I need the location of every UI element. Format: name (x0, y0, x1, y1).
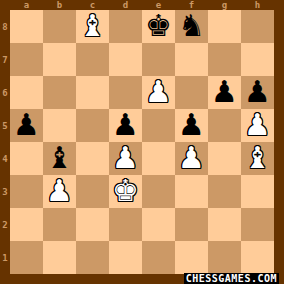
square-a1[interactable] (10, 241, 43, 274)
square-e4[interactable] (142, 142, 175, 175)
square-b6[interactable] (43, 76, 76, 109)
square-d6[interactable] (109, 76, 142, 109)
square-e2[interactable] (142, 208, 175, 241)
square-a5[interactable]: ♟ (10, 109, 43, 142)
square-b5[interactable] (43, 109, 76, 142)
square-e7[interactable] (142, 43, 175, 76)
square-g3[interactable] (208, 175, 241, 208)
file-label-h: h (241, 0, 274, 10)
chess-board: ♝♚♞♟♟♟♟♟♟♟♝♟♟♝♟♚ (10, 10, 274, 274)
square-c8[interactable]: ♝ (76, 10, 109, 43)
black-pawn-icon: ♟ (112, 110, 139, 140)
square-h5[interactable]: ♟ (241, 109, 274, 142)
square-c7[interactable] (76, 43, 109, 76)
rank-label-3: 3 (0, 175, 10, 208)
square-f8[interactable]: ♞ (175, 10, 208, 43)
square-f2[interactable] (175, 208, 208, 241)
square-a6[interactable] (10, 76, 43, 109)
black-knight-icon: ♞ (178, 11, 205, 41)
square-c2[interactable] (76, 208, 109, 241)
square-c3[interactable] (76, 175, 109, 208)
square-g5[interactable] (208, 109, 241, 142)
square-h7[interactable] (241, 43, 274, 76)
black-pawn-icon: ♟ (211, 77, 238, 107)
square-a3[interactable] (10, 175, 43, 208)
square-g6[interactable]: ♟ (208, 76, 241, 109)
file-label-b: b (43, 0, 76, 10)
square-d5[interactable]: ♟ (109, 109, 142, 142)
square-a2[interactable] (10, 208, 43, 241)
square-f5[interactable]: ♟ (175, 109, 208, 142)
rank-labels: 87654321 (0, 10, 10, 274)
rank-label-2: 2 (0, 208, 10, 241)
square-a8[interactable] (10, 10, 43, 43)
square-b1[interactable] (43, 241, 76, 274)
file-label-g: g (208, 0, 241, 10)
square-g7[interactable] (208, 43, 241, 76)
file-label-d: d (109, 0, 142, 10)
rank-label-4: 4 (0, 142, 10, 175)
white-pawn-icon: ♟ (112, 143, 139, 173)
rank-label-5: 5 (0, 109, 10, 142)
black-pawn-icon: ♟ (244, 77, 271, 107)
black-pawn-icon: ♟ (178, 110, 205, 140)
rank-label-8: 8 (0, 10, 10, 43)
square-b7[interactable] (43, 43, 76, 76)
square-d7[interactable] (109, 43, 142, 76)
file-labels: abcdefgh (10, 0, 274, 10)
white-pawn-icon: ♟ (46, 176, 73, 206)
square-g8[interactable] (208, 10, 241, 43)
square-b3[interactable]: ♟ (43, 175, 76, 208)
square-g1[interactable] (208, 241, 241, 274)
black-pawn-icon: ♟ (13, 110, 40, 140)
white-bishop-icon: ♝ (244, 143, 271, 173)
square-d3[interactable]: ♚ (109, 175, 142, 208)
square-h3[interactable] (241, 175, 274, 208)
square-h4[interactable]: ♝ (241, 142, 274, 175)
white-pawn-icon: ♟ (244, 110, 271, 140)
white-pawn-icon: ♟ (178, 143, 205, 173)
square-a7[interactable] (10, 43, 43, 76)
square-f4[interactable]: ♟ (175, 142, 208, 175)
file-label-a: a (10, 0, 43, 10)
square-f6[interactable] (175, 76, 208, 109)
square-h8[interactable] (241, 10, 274, 43)
square-b2[interactable] (43, 208, 76, 241)
square-e3[interactable] (142, 175, 175, 208)
square-f7[interactable] (175, 43, 208, 76)
rank-label-6: 6 (0, 76, 10, 109)
square-c6[interactable] (76, 76, 109, 109)
square-f1[interactable] (175, 241, 208, 274)
black-king-icon: ♚ (145, 11, 172, 41)
square-e1[interactable] (142, 241, 175, 274)
square-e8[interactable]: ♚ (142, 10, 175, 43)
square-b8[interactable] (43, 10, 76, 43)
rank-label-7: 7 (0, 43, 10, 76)
watermark: CHESSGAMES.COM (184, 273, 279, 284)
square-b4[interactable]: ♝ (43, 142, 76, 175)
square-g2[interactable] (208, 208, 241, 241)
square-d1[interactable] (109, 241, 142, 274)
white-bishop-icon: ♝ (79, 11, 106, 41)
square-h1[interactable] (241, 241, 274, 274)
square-h2[interactable] (241, 208, 274, 241)
square-e6[interactable]: ♟ (142, 76, 175, 109)
square-c4[interactable] (76, 142, 109, 175)
square-e5[interactable] (142, 109, 175, 142)
square-d4[interactable]: ♟ (109, 142, 142, 175)
square-h6[interactable]: ♟ (241, 76, 274, 109)
square-g4[interactable] (208, 142, 241, 175)
square-c5[interactable] (76, 109, 109, 142)
white-pawn-icon: ♟ (145, 77, 172, 107)
white-king-icon: ♚ (112, 176, 139, 206)
rank-label-1: 1 (0, 241, 10, 274)
square-c1[interactable] (76, 241, 109, 274)
square-a4[interactable] (10, 142, 43, 175)
black-bishop-icon: ♝ (46, 143, 73, 173)
chess-diagram: abcdefgh 87654321 ♝♚♞♟♟♟♟♟♟♟♝♟♟♝♟♚ CHESS… (0, 0, 284, 284)
square-d2[interactable] (109, 208, 142, 241)
square-f3[interactable] (175, 175, 208, 208)
square-d8[interactable] (109, 10, 142, 43)
